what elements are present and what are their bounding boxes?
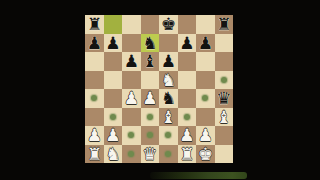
square-d8[interactable]: [141, 15, 160, 34]
square-g8[interactable]: [196, 15, 215, 34]
black-pawn-piece[interactable]: ♟: [124, 52, 139, 70]
square-d7[interactable]: ♞: [141, 34, 160, 53]
square-c1[interactable]: [122, 145, 141, 164]
square-c7[interactable]: [122, 34, 141, 53]
black-pawn-piece[interactable]: ♟: [105, 34, 120, 52]
square-e5[interactable]: ♞: [159, 71, 178, 90]
square-f6[interactable]: [178, 52, 197, 71]
square-a7[interactable]: ♟: [85, 34, 104, 53]
black-rook-piece[interactable]: ♜: [87, 15, 102, 33]
white-pawn-piece[interactable]: ♟: [142, 89, 157, 107]
square-d5[interactable]: [141, 71, 160, 90]
white-knight-piece[interactable]: ♞: [105, 145, 120, 163]
square-a8[interactable]: ♜: [85, 15, 104, 34]
square-b3[interactable]: [104, 108, 123, 127]
legal-move-dot[interactable]: [91, 95, 97, 101]
white-rook-piece[interactable]: ♜: [87, 145, 102, 163]
square-a6[interactable]: [85, 52, 104, 71]
square-f3[interactable]: [178, 108, 197, 127]
square-d3[interactable]: [141, 108, 160, 127]
square-h5[interactable]: [215, 71, 234, 90]
square-f7[interactable]: ♟: [178, 34, 197, 53]
square-g5[interactable]: [196, 71, 215, 90]
square-a3[interactable]: [85, 108, 104, 127]
legal-move-dot[interactable]: [147, 132, 153, 138]
square-e7[interactable]: [159, 34, 178, 53]
progress-bar: [150, 172, 247, 179]
square-d4[interactable]: ♟: [141, 89, 160, 108]
square-c2[interactable]: [122, 126, 141, 145]
white-pawn-piece[interactable]: ♟: [87, 126, 102, 144]
square-e3[interactable]: ♝: [159, 108, 178, 127]
square-b1[interactable]: ♞: [104, 145, 123, 164]
app-background: ♜♚♜♟♟♞♟♟♟♝♟♞♟♟♞♛♝♝♟♟♟♟♜♞♛♜♚: [0, 0, 320, 180]
legal-move-dot[interactable]: [128, 151, 134, 157]
square-e8[interactable]: ♚: [159, 15, 178, 34]
square-h6[interactable]: [215, 52, 234, 71]
white-pawn-piece[interactable]: ♟: [105, 126, 120, 144]
square-b6[interactable]: [104, 52, 123, 71]
square-c5[interactable]: [122, 71, 141, 90]
white-pawn-piece[interactable]: ♟: [198, 126, 213, 144]
black-pawn-piece[interactable]: ♟: [161, 52, 176, 70]
legal-move-dot[interactable]: [221, 77, 227, 83]
square-e1[interactable]: [159, 145, 178, 164]
square-c4[interactable]: ♟: [122, 89, 141, 108]
white-queen-piece[interactable]: ♛: [142, 145, 157, 163]
square-b4[interactable]: [104, 89, 123, 108]
square-c8[interactable]: [122, 15, 141, 34]
black-rook-piece[interactable]: ♜: [216, 15, 231, 33]
square-f4[interactable]: [178, 89, 197, 108]
square-a1[interactable]: ♜: [85, 145, 104, 164]
square-b8[interactable]: [104, 15, 123, 34]
square-f1[interactable]: ♜: [178, 145, 197, 164]
legal-move-dot[interactable]: [202, 95, 208, 101]
square-e2[interactable]: [159, 126, 178, 145]
square-f8[interactable]: [178, 15, 197, 34]
black-king-piece[interactable]: ♚: [161, 15, 176, 33]
square-g3[interactable]: [196, 108, 215, 127]
square-g6[interactable]: [196, 52, 215, 71]
legal-move-dot[interactable]: [165, 132, 171, 138]
square-a2[interactable]: ♟: [85, 126, 104, 145]
legal-move-dot[interactable]: [128, 132, 134, 138]
legal-move-dot[interactable]: [165, 151, 171, 157]
black-knight-piece[interactable]: ♞: [161, 89, 176, 107]
square-g4[interactable]: [196, 89, 215, 108]
square-d1[interactable]: ♛: [141, 145, 160, 164]
square-h7[interactable]: [215, 34, 234, 53]
square-e4[interactable]: ♞: [159, 89, 178, 108]
legal-move-dot[interactable]: [110, 114, 116, 120]
black-pawn-piece[interactable]: ♟: [198, 34, 213, 52]
square-g1[interactable]: ♚: [196, 145, 215, 164]
black-knight-piece[interactable]: ♞: [142, 34, 157, 52]
square-d2[interactable]: [141, 126, 160, 145]
square-g7[interactable]: ♟: [196, 34, 215, 53]
square-g2[interactable]: ♟: [196, 126, 215, 145]
square-c3[interactable]: [122, 108, 141, 127]
square-h1[interactable]: [215, 145, 234, 164]
square-e6[interactable]: ♟: [159, 52, 178, 71]
square-b5[interactable]: [104, 71, 123, 90]
black-pawn-piece[interactable]: ♟: [87, 34, 102, 52]
legal-move-dot[interactable]: [184, 114, 190, 120]
legal-move-dot[interactable]: [147, 114, 153, 120]
square-b7[interactable]: ♟: [104, 34, 123, 53]
square-h3[interactable]: ♝: [215, 108, 234, 127]
square-h2[interactable]: [215, 126, 234, 145]
square-b2[interactable]: ♟: [104, 126, 123, 145]
white-king-piece[interactable]: ♚: [198, 145, 213, 163]
white-knight-piece[interactable]: ♞: [161, 71, 176, 89]
square-a4[interactable]: [85, 89, 104, 108]
square-a5[interactable]: [85, 71, 104, 90]
square-c6[interactable]: ♟: [122, 52, 141, 71]
black-pawn-piece[interactable]: ♟: [179, 34, 194, 52]
black-bishop-piece[interactable]: ♝: [142, 52, 157, 70]
white-bishop-piece[interactable]: ♝: [161, 108, 176, 126]
square-f5[interactable]: [178, 71, 197, 90]
square-h4[interactable]: ♛: [215, 89, 234, 108]
white-pawn-piece[interactable]: ♟: [124, 89, 139, 107]
white-bishop-piece[interactable]: ♝: [216, 108, 231, 126]
square-f2[interactable]: ♟: [178, 126, 197, 145]
black-queen-piece[interactable]: ♛: [216, 89, 231, 107]
white-rook-piece[interactable]: ♜: [179, 145, 194, 163]
square-d6[interactable]: ♝: [141, 52, 160, 71]
square-h8[interactable]: ♜: [215, 15, 234, 34]
white-pawn-piece[interactable]: ♟: [179, 126, 194, 144]
chess-board: ♜♚♜♟♟♞♟♟♟♝♟♞♟♟♞♛♝♝♟♟♟♟♜♞♛♜♚: [85, 15, 233, 163]
